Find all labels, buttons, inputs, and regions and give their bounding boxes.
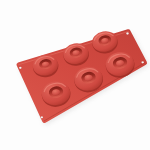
silicone-mold-illustration: [0, 0, 150, 150]
product-photo: [0, 0, 150, 150]
corner-hole: [126, 32, 129, 34]
corner-hole: [19, 67, 22, 69]
corner-hole: [40, 116, 43, 118]
page: { "scene": { "description": "Red silicon…: [0, 0, 150, 150]
corner-hole: [141, 61, 144, 63]
